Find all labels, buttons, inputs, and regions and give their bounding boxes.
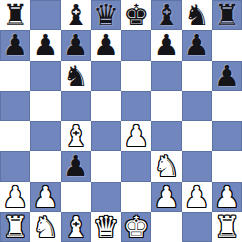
square-d1[interactable]: ♛ bbox=[91, 212, 121, 242]
chess-board: ♜♝♛♚♝♞♜♟♟♟♟♟♟♞♟♝♟♟♞♟♟♟♟♟♜♞♝♛♚♜ bbox=[0, 0, 242, 242]
white-pawn[interactable]: ♟ bbox=[153, 182, 179, 212]
square-f7[interactable]: ♟ bbox=[151, 30, 181, 60]
square-a7[interactable]: ♟ bbox=[0, 30, 30, 60]
black-pawn[interactable]: ♟ bbox=[32, 30, 58, 60]
black-pawn[interactable]: ♟ bbox=[63, 151, 89, 181]
black-pawn[interactable]: ♟ bbox=[214, 61, 240, 91]
square-c1[interactable]: ♝ bbox=[61, 212, 91, 242]
square-c4[interactable]: ♝ bbox=[61, 121, 91, 151]
square-g6[interactable] bbox=[182, 61, 212, 91]
square-h7[interactable] bbox=[212, 30, 242, 60]
square-g3[interactable] bbox=[182, 151, 212, 181]
square-h3[interactable] bbox=[212, 151, 242, 181]
square-d8[interactable]: ♛ bbox=[91, 0, 121, 30]
square-f6[interactable] bbox=[151, 61, 181, 91]
square-e4[interactable]: ♟ bbox=[121, 121, 151, 151]
square-e5[interactable] bbox=[121, 91, 151, 121]
black-bishop[interactable]: ♝ bbox=[63, 0, 89, 30]
white-knight[interactable]: ♞ bbox=[32, 212, 58, 242]
black-pawn[interactable]: ♟ bbox=[63, 30, 89, 60]
square-f5[interactable] bbox=[151, 91, 181, 121]
square-f1[interactable] bbox=[151, 212, 181, 242]
square-b6[interactable] bbox=[30, 61, 60, 91]
square-d2[interactable] bbox=[91, 182, 121, 212]
square-e2[interactable] bbox=[121, 182, 151, 212]
square-b4[interactable] bbox=[30, 121, 60, 151]
black-knight[interactable]: ♞ bbox=[184, 0, 210, 30]
black-pawn[interactable]: ♟ bbox=[184, 30, 210, 60]
square-g7[interactable]: ♟ bbox=[182, 30, 212, 60]
square-b2[interactable]: ♟ bbox=[30, 182, 60, 212]
square-e1[interactable]: ♚ bbox=[121, 212, 151, 242]
square-a4[interactable] bbox=[0, 121, 30, 151]
square-e8[interactable]: ♚ bbox=[121, 0, 151, 30]
square-e7[interactable] bbox=[121, 30, 151, 60]
black-knight[interactable]: ♞ bbox=[63, 61, 89, 91]
square-b8[interactable] bbox=[30, 0, 60, 30]
square-d6[interactable] bbox=[91, 61, 121, 91]
square-c5[interactable] bbox=[61, 91, 91, 121]
white-rook[interactable]: ♜ bbox=[2, 212, 28, 242]
square-h2[interactable]: ♟ bbox=[212, 182, 242, 212]
white-bishop[interactable]: ♝ bbox=[63, 212, 89, 242]
square-a8[interactable]: ♜ bbox=[0, 0, 30, 30]
white-pawn[interactable]: ♟ bbox=[184, 182, 210, 212]
black-pawn[interactable]: ♟ bbox=[2, 30, 28, 60]
square-f3[interactable]: ♞ bbox=[151, 151, 181, 181]
white-pawn[interactable]: ♟ bbox=[214, 182, 240, 212]
square-e6[interactable] bbox=[121, 61, 151, 91]
black-pawn[interactable]: ♟ bbox=[153, 30, 179, 60]
white-pawn[interactable]: ♟ bbox=[32, 182, 58, 212]
white-king[interactable]: ♚ bbox=[123, 212, 149, 242]
square-g1[interactable] bbox=[182, 212, 212, 242]
square-a6[interactable] bbox=[0, 61, 30, 91]
square-f8[interactable]: ♝ bbox=[151, 0, 181, 30]
square-f4[interactable] bbox=[151, 121, 181, 151]
black-queen[interactable]: ♛ bbox=[93, 0, 119, 30]
square-b3[interactable] bbox=[30, 151, 60, 181]
black-rook[interactable]: ♜ bbox=[2, 0, 28, 30]
square-b1[interactable]: ♞ bbox=[30, 212, 60, 242]
square-h5[interactable] bbox=[212, 91, 242, 121]
square-d5[interactable] bbox=[91, 91, 121, 121]
white-queen[interactable]: ♛ bbox=[93, 212, 119, 242]
square-d4[interactable] bbox=[91, 121, 121, 151]
square-b7[interactable]: ♟ bbox=[30, 30, 60, 60]
square-a5[interactable] bbox=[0, 91, 30, 121]
black-pawn[interactable]: ♟ bbox=[93, 30, 119, 60]
square-h1[interactable]: ♜ bbox=[212, 212, 242, 242]
square-d3[interactable] bbox=[91, 151, 121, 181]
black-bishop[interactable]: ♝ bbox=[153, 0, 179, 30]
square-g8[interactable]: ♞ bbox=[182, 0, 212, 30]
square-c8[interactable]: ♝ bbox=[61, 0, 91, 30]
white-pawn[interactable]: ♟ bbox=[2, 182, 28, 212]
square-b5[interactable] bbox=[30, 91, 60, 121]
square-c7[interactable]: ♟ bbox=[61, 30, 91, 60]
square-g2[interactable]: ♟ bbox=[182, 182, 212, 212]
square-c3[interactable]: ♟ bbox=[61, 151, 91, 181]
square-a3[interactable] bbox=[0, 151, 30, 181]
square-f2[interactable]: ♟ bbox=[151, 182, 181, 212]
square-e3[interactable] bbox=[121, 151, 151, 181]
square-c2[interactable] bbox=[61, 182, 91, 212]
black-rook[interactable]: ♜ bbox=[214, 0, 240, 30]
black-king[interactable]: ♚ bbox=[123, 0, 149, 30]
white-rook[interactable]: ♜ bbox=[214, 212, 240, 242]
white-pawn[interactable]: ♟ bbox=[123, 121, 149, 151]
square-d7[interactable]: ♟ bbox=[91, 30, 121, 60]
white-knight[interactable]: ♞ bbox=[153, 151, 179, 181]
square-g4[interactable] bbox=[182, 121, 212, 151]
white-bishop[interactable]: ♝ bbox=[63, 121, 89, 151]
square-a2[interactable]: ♟ bbox=[0, 182, 30, 212]
square-h4[interactable] bbox=[212, 121, 242, 151]
square-c6[interactable]: ♞ bbox=[61, 61, 91, 91]
square-g5[interactable] bbox=[182, 91, 212, 121]
square-a1[interactable]: ♜ bbox=[0, 212, 30, 242]
square-h8[interactable]: ♜ bbox=[212, 0, 242, 30]
square-h6[interactable]: ♟ bbox=[212, 61, 242, 91]
